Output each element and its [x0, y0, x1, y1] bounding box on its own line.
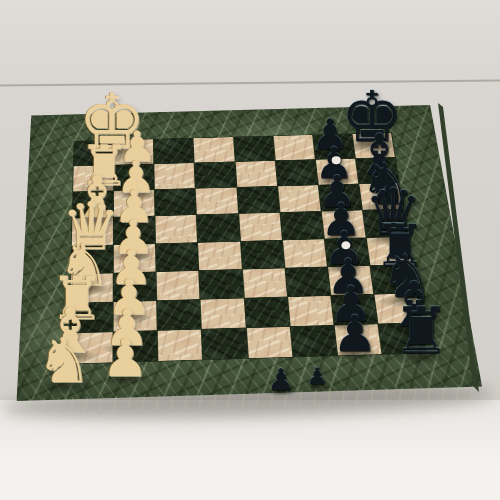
black-pawn: ♟ — [333, 311, 378, 359]
pieces-layer: ♚♜♝♛♞♜♝♞♟♟♟♟♟♟♟♟♟♟♟♟♟♟♟♟♚♝♞♛♜♞♝♜♟♟ — [0, 0, 500, 500]
photo-scene: ♚♜♝♛♞♜♝♞♟♟♟♟♟♟♟♟♟♟♟♟♟♟♟♟♚♝♞♛♜♞♝♜♟♟ — [0, 0, 500, 500]
black-rook: ♜ — [392, 301, 449, 362]
black-pawn: ♟ — [268, 366, 295, 395]
price-sticker — [332, 157, 341, 164]
white-knight: ♞ — [36, 332, 92, 391]
white-pawn: ♟ — [102, 334, 149, 383]
black-pawn: ♟ — [307, 366, 328, 388]
